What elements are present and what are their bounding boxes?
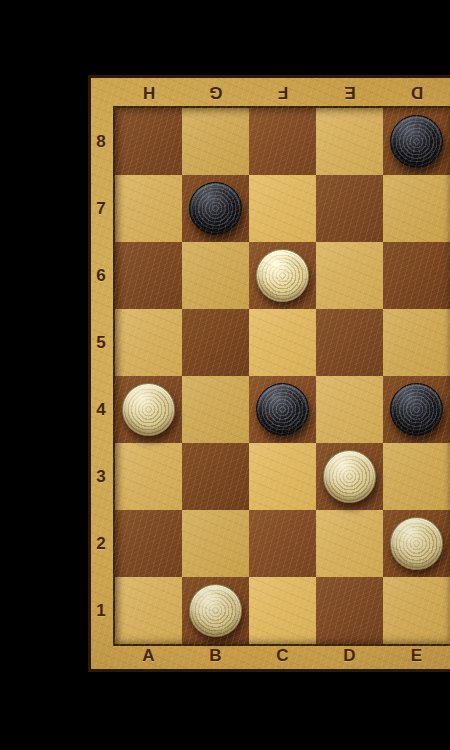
rank-label-3: 3 <box>96 467 105 487</box>
square-a5[interactable] <box>115 309 182 376</box>
rank-label-4: 4 <box>96 400 105 420</box>
square-c8[interactable] <box>249 108 316 175</box>
rank-label-8: 8 <box>96 132 105 152</box>
square-a1[interactable] <box>115 577 182 644</box>
square-c3[interactable] <box>249 443 316 510</box>
checkers-board: HGFEDABCDE87654321 <box>88 75 450 672</box>
square-b5[interactable] <box>182 309 249 376</box>
square-c5[interactable] <box>249 309 316 376</box>
square-b4[interactable] <box>182 376 249 443</box>
square-e2[interactable] <box>383 510 450 577</box>
file-label-bottom-e: E <box>411 646 422 666</box>
rank-label-7: 7 <box>96 199 105 219</box>
file-label-top-h: H <box>142 82 154 102</box>
light-piece-e2[interactable] <box>390 517 443 570</box>
square-d1[interactable] <box>316 577 383 644</box>
board-grid <box>115 108 450 644</box>
square-b6[interactable] <box>182 242 249 309</box>
square-b1[interactable] <box>182 577 249 644</box>
light-piece-d3[interactable] <box>323 450 376 503</box>
rank-label-5: 5 <box>96 333 105 353</box>
dark-piece-b7[interactable] <box>189 182 242 235</box>
file-label-bottom-c: C <box>276 646 288 666</box>
file-label-top-d: D <box>410 82 422 102</box>
light-piece-c6[interactable] <box>256 249 309 302</box>
square-c6[interactable] <box>249 242 316 309</box>
square-e1[interactable] <box>383 577 450 644</box>
square-e6[interactable] <box>383 242 450 309</box>
square-e8[interactable] <box>383 108 450 175</box>
square-b2[interactable] <box>182 510 249 577</box>
file-label-top-f: F <box>277 82 287 102</box>
rank-label-6: 6 <box>96 266 105 286</box>
square-d3[interactable] <box>316 443 383 510</box>
dark-piece-c4[interactable] <box>256 383 309 436</box>
square-e5[interactable] <box>383 309 450 376</box>
square-e4[interactable] <box>383 376 450 443</box>
square-e7[interactable] <box>383 175 450 242</box>
square-a4[interactable] <box>115 376 182 443</box>
square-d6[interactable] <box>316 242 383 309</box>
file-label-top-g: G <box>209 82 222 102</box>
rank-label-1: 1 <box>96 601 105 621</box>
square-b8[interactable] <box>182 108 249 175</box>
file-label-top-e: E <box>344 82 355 102</box>
square-c2[interactable] <box>249 510 316 577</box>
file-label-bottom-a: A <box>142 646 154 666</box>
square-a2[interactable] <box>115 510 182 577</box>
square-c7[interactable] <box>249 175 316 242</box>
square-e3[interactable] <box>383 443 450 510</box>
square-a6[interactable] <box>115 242 182 309</box>
light-piece-b1[interactable] <box>189 584 242 637</box>
dark-piece-e4[interactable] <box>390 383 443 436</box>
square-d7[interactable] <box>316 175 383 242</box>
square-c4[interactable] <box>249 376 316 443</box>
file-label-bottom-d: D <box>343 646 355 666</box>
square-c1[interactable] <box>249 577 316 644</box>
square-d8[interactable] <box>316 108 383 175</box>
dark-piece-e8[interactable] <box>390 115 443 168</box>
square-a8[interactable] <box>115 108 182 175</box>
square-a3[interactable] <box>115 443 182 510</box>
square-b7[interactable] <box>182 175 249 242</box>
rank-label-2: 2 <box>96 534 105 554</box>
square-b3[interactable] <box>182 443 249 510</box>
square-d4[interactable] <box>316 376 383 443</box>
square-a7[interactable] <box>115 175 182 242</box>
light-piece-a4[interactable] <box>122 383 175 436</box>
file-label-bottom-b: B <box>209 646 221 666</box>
square-d5[interactable] <box>316 309 383 376</box>
square-d2[interactable] <box>316 510 383 577</box>
app-screen: HGFEDABCDE87654321 <box>0 0 450 750</box>
